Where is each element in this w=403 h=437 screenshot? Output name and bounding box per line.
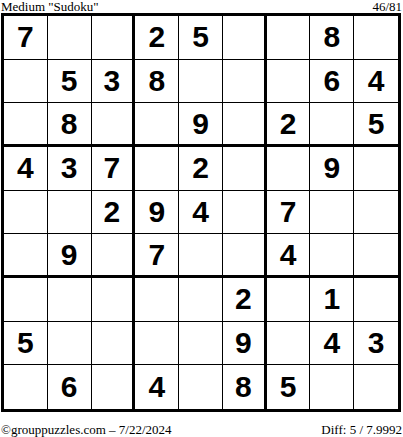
cell-r2c9[interactable]: 4: [354, 60, 398, 104]
cell-r9c8[interactable]: [310, 365, 354, 409]
cell-r5c5[interactable]: 4: [179, 191, 223, 235]
cell-r9c4[interactable]: 4: [135, 365, 179, 409]
cell-r2c5[interactable]: [179, 60, 223, 104]
puzzle-title: Medium "Sudoku": [1, 0, 99, 13]
cell-r5c9[interactable]: [354, 191, 398, 235]
cell-r2c1[interactable]: [4, 60, 48, 104]
cell-r9c6[interactable]: 8: [223, 365, 267, 409]
cell-r1c9[interactable]: [354, 16, 398, 60]
cell-r5c4[interactable]: 9: [135, 191, 179, 235]
footer: ©grouppuzzles.com – 7/22/2024 Diff: 5 / …: [1, 422, 402, 436]
cell-r7c4[interactable]: [135, 278, 179, 322]
cell-r3c6[interactable]: [223, 103, 267, 147]
cell-r3c4[interactable]: [135, 103, 179, 147]
cell-r4c5[interactable]: 2: [179, 147, 223, 191]
cell-r1c2[interactable]: [48, 16, 92, 60]
cell-r4c4[interactable]: [135, 147, 179, 191]
cell-r7c3[interactable]: [92, 278, 136, 322]
cell-r7c6[interactable]: 2: [223, 278, 267, 322]
cell-r1c8[interactable]: 8: [310, 16, 354, 60]
cell-r6c9[interactable]: [354, 234, 398, 278]
cell-r2c4[interactable]: 8: [135, 60, 179, 104]
cell-r2c6[interactable]: [223, 60, 267, 104]
cell-r5c8[interactable]: [310, 191, 354, 235]
cell-r8c4[interactable]: [135, 322, 179, 366]
cell-r3c2[interactable]: 8: [48, 103, 92, 147]
cell-r4c9[interactable]: [354, 147, 398, 191]
cell-r5c3[interactable]: 2: [92, 191, 136, 235]
cell-r8c7[interactable]: [267, 322, 311, 366]
cell-r8c9[interactable]: 3: [354, 322, 398, 366]
cell-r2c7[interactable]: [267, 60, 311, 104]
cell-r9c7[interactable]: 5: [267, 365, 311, 409]
cell-r9c3[interactable]: [92, 365, 136, 409]
cell-r5c2[interactable]: [48, 191, 92, 235]
cell-r8c3[interactable]: [92, 322, 136, 366]
cell-r3c8[interactable]: [310, 103, 354, 147]
cell-r7c7[interactable]: [267, 278, 311, 322]
cell-r4c7[interactable]: [267, 147, 311, 191]
cell-r6c3[interactable]: [92, 234, 136, 278]
cell-r6c8[interactable]: [310, 234, 354, 278]
cell-r4c6[interactable]: [223, 147, 267, 191]
cell-r2c8[interactable]: 6: [310, 60, 354, 104]
cell-r1c6[interactable]: [223, 16, 267, 60]
cell-r7c2[interactable]: [48, 278, 92, 322]
cell-r3c9[interactable]: 5: [354, 103, 398, 147]
cell-r8c1[interactable]: 5: [4, 322, 48, 366]
cell-r9c9[interactable]: [354, 365, 398, 409]
cell-r2c2[interactable]: 5: [48, 60, 92, 104]
cell-r7c8[interactable]: 1: [310, 278, 354, 322]
cell-r3c5[interactable]: 9: [179, 103, 223, 147]
cell-r5c6[interactable]: [223, 191, 267, 235]
cell-r1c3[interactable]: [92, 16, 136, 60]
cell-r3c1[interactable]: [4, 103, 48, 147]
cell-r8c5[interactable]: [179, 322, 223, 366]
cell-r1c7[interactable]: [267, 16, 311, 60]
cell-r4c2[interactable]: 3: [48, 147, 92, 191]
sudoku-grid: 72585386489254372929479742159436485: [1, 13, 401, 412]
cell-r6c5[interactable]: [179, 234, 223, 278]
sudoku-page: Medium "Sudoku" 46/81 725853864892543729…: [0, 0, 403, 437]
empty-cell-counter: 46/81: [372, 0, 402, 13]
cell-r9c1[interactable]: [4, 365, 48, 409]
cell-r6c7[interactable]: 4: [267, 234, 311, 278]
cell-r9c2[interactable]: 6: [48, 365, 92, 409]
cell-r9c5[interactable]: [179, 365, 223, 409]
cell-r7c9[interactable]: [354, 278, 398, 322]
cell-r1c4[interactable]: 2: [135, 16, 179, 60]
cell-r6c4[interactable]: 7: [135, 234, 179, 278]
difficulty-rating: Diff: 5 / 7.9992: [321, 423, 402, 436]
cell-r1c5[interactable]: 5: [179, 16, 223, 60]
cell-r8c8[interactable]: 4: [310, 322, 354, 366]
cell-r8c6[interactable]: 9: [223, 322, 267, 366]
cell-r4c8[interactable]: 9: [310, 147, 354, 191]
cell-r7c5[interactable]: [179, 278, 223, 322]
cell-r1c1[interactable]: 7: [4, 16, 48, 60]
cell-r6c2[interactable]: 9: [48, 234, 92, 278]
cell-r7c1[interactable]: [4, 278, 48, 322]
cell-r5c1[interactable]: [4, 191, 48, 235]
cell-r4c1[interactable]: 4: [4, 147, 48, 191]
cell-r6c1[interactable]: [4, 234, 48, 278]
cell-r5c7[interactable]: 7: [267, 191, 311, 235]
cell-r3c7[interactable]: 2: [267, 103, 311, 147]
cell-r6c6[interactable]: [223, 234, 267, 278]
header: Medium "Sudoku" 46/81: [1, 0, 402, 13]
cell-r2c3[interactable]: 3: [92, 60, 136, 104]
cell-r3c3[interactable]: [92, 103, 136, 147]
cell-r8c2[interactable]: [48, 322, 92, 366]
copyright-date: ©grouppuzzles.com – 7/22/2024: [1, 423, 172, 436]
cell-r4c3[interactable]: 7: [92, 147, 136, 191]
